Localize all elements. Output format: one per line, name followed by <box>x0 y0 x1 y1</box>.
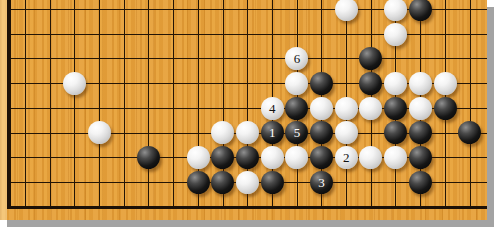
stone-black[interactable] <box>409 121 432 144</box>
stone-white[interactable] <box>88 121 111 144</box>
move-4-stone-white[interactable]: 4 <box>261 97 284 120</box>
stone-black[interactable] <box>137 146 160 169</box>
stone-black[interactable] <box>310 72 333 95</box>
stone-black[interactable] <box>409 146 432 169</box>
stone-black[interactable] <box>187 171 210 194</box>
move-number-label: 3 <box>310 171 333 194</box>
stone-black[interactable] <box>261 171 284 194</box>
stone-black[interactable] <box>211 146 234 169</box>
stone-black[interactable] <box>236 146 259 169</box>
stone-black[interactable] <box>359 47 382 70</box>
stone-white[interactable] <box>187 146 210 169</box>
stone-white[interactable] <box>409 97 432 120</box>
stone-white[interactable] <box>285 72 308 95</box>
move-3-stone-black[interactable]: 3 <box>310 171 333 194</box>
stone-white[interactable] <box>434 72 457 95</box>
move-6-stone-white[interactable]: 6 <box>285 47 308 70</box>
stone-white[interactable] <box>236 121 259 144</box>
stone-black[interactable] <box>409 171 432 194</box>
stone-black[interactable] <box>211 171 234 194</box>
stone-white[interactable] <box>384 23 407 46</box>
stone-white[interactable] <box>384 146 407 169</box>
move-number-label: 2 <box>335 146 358 169</box>
stone-black[interactable] <box>458 121 481 144</box>
board-left-edge-highlight <box>0 0 7 220</box>
stone-white[interactable] <box>261 146 284 169</box>
move-number-label: 6 <box>285 47 308 70</box>
stone-white[interactable] <box>384 0 407 21</box>
stone-black[interactable] <box>359 72 382 95</box>
move-number-label: 1 <box>261 121 284 144</box>
stone-black[interactable] <box>384 121 407 144</box>
board-left-edge-line <box>7 0 11 209</box>
stone-white[interactable] <box>384 72 407 95</box>
stone-black[interactable] <box>310 121 333 144</box>
move-number-label: 5 <box>285 121 308 144</box>
stone-white[interactable] <box>236 171 259 194</box>
move-1-stone-black[interactable]: 1 <box>261 121 284 144</box>
stones-layer: 641523 <box>13 0 482 219</box>
stone-white[interactable] <box>335 97 358 120</box>
goban[interactable]: 641523 <box>0 0 487 220</box>
stone-black[interactable] <box>409 0 432 21</box>
stone-black[interactable] <box>384 97 407 120</box>
move-2-stone-white[interactable]: 2 <box>335 146 358 169</box>
stone-white[interactable] <box>335 0 358 21</box>
move-5-stone-black[interactable]: 5 <box>285 121 308 144</box>
stone-white[interactable] <box>359 146 382 169</box>
stone-white[interactable] <box>63 72 86 95</box>
stone-black[interactable] <box>285 97 308 120</box>
stone-white[interactable] <box>310 97 333 120</box>
stone-black[interactable] <box>310 146 333 169</box>
go-board-viewport: 641523 <box>0 0 500 235</box>
stone-white[interactable] <box>335 121 358 144</box>
stone-white[interactable] <box>409 72 432 95</box>
stone-black[interactable] <box>434 97 457 120</box>
stone-white[interactable] <box>359 97 382 120</box>
stone-white[interactable] <box>285 146 308 169</box>
stone-white[interactable] <box>211 121 234 144</box>
move-number-label: 4 <box>261 97 284 120</box>
